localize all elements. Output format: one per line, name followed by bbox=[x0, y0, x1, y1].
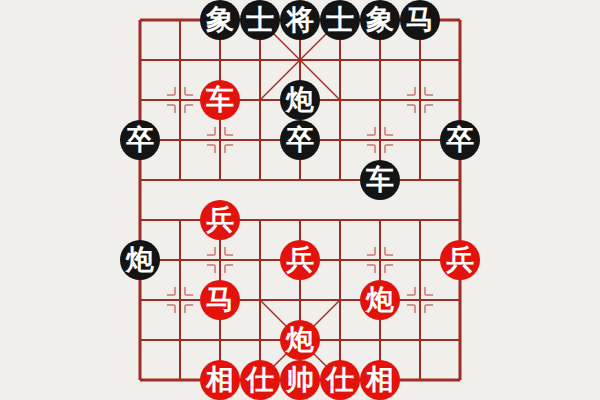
xiangqi-board-app: 象士将士象马车炮卒卒卒车兵炮兵兵马炮炮相仕帅仕相 bbox=[0, 0, 600, 400]
pieces-layer: 象士将士象马车炮卒卒卒车兵炮兵兵马炮炮相仕帅仕相 bbox=[0, 0, 600, 400]
piece-red-cannon[interactable]: 炮 bbox=[280, 320, 320, 360]
piece-red-advisor[interactable]: 仕 bbox=[240, 360, 280, 400]
piece-black-soldier[interactable]: 卒 bbox=[120, 120, 160, 160]
piece-red-cannon[interactable]: 炮 bbox=[360, 280, 400, 320]
piece-black-elephant[interactable]: 象 bbox=[200, 0, 240, 40]
piece-black-advisor[interactable]: 士 bbox=[240, 0, 280, 40]
piece-red-general[interactable]: 帅 bbox=[280, 360, 320, 400]
piece-red-soldier[interactable]: 兵 bbox=[280, 240, 320, 280]
piece-red-elephant[interactable]: 相 bbox=[360, 360, 400, 400]
piece-red-elephant[interactable]: 相 bbox=[200, 360, 240, 400]
piece-black-cannon[interactable]: 炮 bbox=[120, 240, 160, 280]
piece-black-chariot[interactable]: 车 bbox=[360, 160, 400, 200]
piece-black-soldier[interactable]: 卒 bbox=[440, 120, 480, 160]
piece-black-cannon[interactable]: 炮 bbox=[280, 80, 320, 120]
piece-red-advisor[interactable]: 仕 bbox=[320, 360, 360, 400]
piece-black-horse[interactable]: 马 bbox=[400, 0, 440, 40]
piece-red-soldier[interactable]: 兵 bbox=[200, 200, 240, 240]
piece-black-general[interactable]: 将 bbox=[280, 0, 320, 40]
piece-red-chariot[interactable]: 车 bbox=[200, 80, 240, 120]
piece-black-soldier[interactable]: 卒 bbox=[280, 120, 320, 160]
piece-black-advisor[interactable]: 士 bbox=[320, 0, 360, 40]
piece-red-horse[interactable]: 马 bbox=[200, 280, 240, 320]
piece-red-soldier[interactable]: 兵 bbox=[440, 240, 480, 280]
piece-black-elephant[interactable]: 象 bbox=[360, 0, 400, 40]
